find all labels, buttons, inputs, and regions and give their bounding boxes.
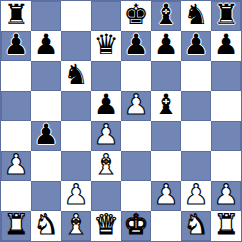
square-h1[interactable]: ♜: [211, 211, 241, 241]
piece-white-rook-h1[interactable]: ♜: [213, 211, 238, 239]
piece-white-pawn-c2[interactable]: ♟: [63, 181, 88, 209]
square-b8[interactable]: [31, 1, 61, 31]
square-h7[interactable]: ♟: [211, 31, 241, 61]
square-e2[interactable]: [121, 181, 151, 211]
square-f5[interactable]: ♝: [151, 91, 181, 121]
square-a4[interactable]: [1, 121, 31, 151]
piece-black-pawn-b7[interactable]: ♟: [33, 31, 58, 59]
square-e8[interactable]: ♚: [121, 1, 151, 31]
square-a8[interactable]: ♜: [1, 1, 31, 31]
square-e3[interactable]: [121, 151, 151, 181]
square-g7[interactable]: ♟: [181, 31, 211, 61]
piece-black-pawn-g7[interactable]: ♟: [183, 31, 208, 59]
square-c4[interactable]: [61, 121, 91, 151]
piece-black-queen-d7[interactable]: ♛: [93, 31, 118, 59]
piece-white-pawn-g2[interactable]: ♟: [183, 181, 208, 209]
square-e5[interactable]: ♟: [121, 91, 151, 121]
piece-black-bishop-f5[interactable]: ♝: [153, 91, 178, 119]
piece-black-pawn-h7[interactable]: ♟: [213, 31, 238, 59]
piece-white-pawn-f2[interactable]: ♟: [153, 181, 178, 209]
square-h4[interactable]: [211, 121, 241, 151]
piece-black-bishop-f8[interactable]: ♝: [153, 1, 178, 29]
piece-black-pawn-f7[interactable]: ♟: [153, 31, 178, 59]
square-g8[interactable]: ♞: [181, 1, 211, 31]
piece-white-pawn-h2[interactable]: ♟: [213, 181, 238, 209]
piece-black-pawn-a7[interactable]: ♟: [3, 31, 28, 59]
square-d4[interactable]: ♟: [91, 121, 121, 151]
square-f6[interactable]: [151, 61, 181, 91]
square-d2[interactable]: [91, 181, 121, 211]
piece-black-king-e8[interactable]: ♚: [123, 1, 148, 29]
piece-white-bishop-c1[interactable]: ♝: [63, 211, 88, 239]
square-c3[interactable]: [61, 151, 91, 181]
square-d6[interactable]: [91, 61, 121, 91]
square-d5[interactable]: ♟: [91, 91, 121, 121]
piece-black-rook-a8[interactable]: ♜: [3, 1, 28, 29]
square-f3[interactable]: [151, 151, 181, 181]
square-a3[interactable]: ♟: [1, 151, 31, 181]
square-g3[interactable]: [181, 151, 211, 181]
piece-black-pawn-e7[interactable]: ♟: [123, 31, 148, 59]
square-g1[interactable]: ♞: [181, 211, 211, 241]
chess-board-frame: ♜♚♝♞♜♟♟♛♟♟♟♟♞♟♟♝♟♟♟♝♟♟♟♟♜♞♝♛♚♞♜: [0, 0, 242, 242]
square-f8[interactable]: ♝: [151, 1, 181, 31]
square-h6[interactable]: [211, 61, 241, 91]
square-e1[interactable]: ♚: [121, 211, 151, 241]
piece-black-rook-h8[interactable]: ♜: [213, 1, 238, 29]
square-f4[interactable]: [151, 121, 181, 151]
square-a7[interactable]: ♟: [1, 31, 31, 61]
square-a2[interactable]: [1, 181, 31, 211]
piece-white-king-e1[interactable]: ♚: [123, 211, 148, 239]
square-b1[interactable]: ♞: [31, 211, 61, 241]
piece-black-knight-c6[interactable]: ♞: [63, 61, 88, 89]
square-a6[interactable]: [1, 61, 31, 91]
square-h2[interactable]: ♟: [211, 181, 241, 211]
piece-black-knight-g8[interactable]: ♞: [183, 1, 208, 29]
square-a5[interactable]: [1, 91, 31, 121]
square-g6[interactable]: [181, 61, 211, 91]
square-h5[interactable]: [211, 91, 241, 121]
square-g5[interactable]: [181, 91, 211, 121]
chess-board: ♜♚♝♞♜♟♟♛♟♟♟♟♞♟♟♝♟♟♟♝♟♟♟♟♜♞♝♛♚♞♜: [1, 1, 241, 241]
square-d1[interactable]: ♛: [91, 211, 121, 241]
piece-white-knight-b1[interactable]: ♞: [33, 211, 58, 239]
piece-white-rook-a1[interactable]: ♜: [3, 211, 28, 239]
square-b4[interactable]: ♟: [31, 121, 61, 151]
square-d7[interactable]: ♛: [91, 31, 121, 61]
square-b6[interactable]: [31, 61, 61, 91]
square-a1[interactable]: ♜: [1, 211, 31, 241]
piece-white-pawn-d4[interactable]: ♟: [93, 121, 118, 149]
square-c1[interactable]: ♝: [61, 211, 91, 241]
square-b2[interactable]: [31, 181, 61, 211]
square-c7[interactable]: [61, 31, 91, 61]
square-e7[interactable]: ♟: [121, 31, 151, 61]
square-g4[interactable]: [181, 121, 211, 151]
square-g2[interactable]: ♟: [181, 181, 211, 211]
square-d8[interactable]: [91, 1, 121, 31]
square-h3[interactable]: [211, 151, 241, 181]
square-d3[interactable]: ♝: [91, 151, 121, 181]
piece-white-knight-g1[interactable]: ♞: [183, 211, 208, 239]
square-h8[interactable]: ♜: [211, 1, 241, 31]
square-b5[interactable]: [31, 91, 61, 121]
square-f2[interactable]: ♟: [151, 181, 181, 211]
piece-black-pawn-b4[interactable]: ♟: [33, 121, 58, 149]
piece-white-queen-d1[interactable]: ♛: [93, 211, 118, 239]
piece-white-bishop-d3[interactable]: ♝: [93, 151, 118, 179]
square-c5[interactable]: [61, 91, 91, 121]
square-e6[interactable]: [121, 61, 151, 91]
square-c2[interactable]: ♟: [61, 181, 91, 211]
piece-white-pawn-a3[interactable]: ♟: [3, 151, 28, 179]
piece-white-pawn-e5[interactable]: ♟: [123, 91, 148, 119]
square-c6[interactable]: ♞: [61, 61, 91, 91]
square-e4[interactable]: [121, 121, 151, 151]
square-b7[interactable]: ♟: [31, 31, 61, 61]
square-b3[interactable]: [31, 151, 61, 181]
piece-black-pawn-d5[interactable]: ♟: [93, 91, 118, 119]
square-f1[interactable]: [151, 211, 181, 241]
square-f7[interactable]: ♟: [151, 31, 181, 61]
square-c8[interactable]: [61, 1, 91, 31]
